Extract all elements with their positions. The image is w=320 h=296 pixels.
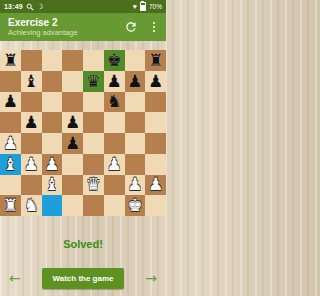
square-d2[interactable] [62,175,83,196]
square-a5[interactable] [0,112,21,133]
black-pawn: ♟ [65,135,80,152]
black-bishop: ♝ [24,73,39,90]
square-h3[interactable] [145,154,166,175]
black-pawn: ♟ [24,114,39,131]
status-bar: 13:49 ☽ ♥ 70% [0,0,166,13]
black-queen: ♛ [86,73,101,90]
square-e4[interactable] [83,133,104,154]
square-f4[interactable] [104,133,125,154]
square-f8[interactable]: ♚ [104,50,125,71]
result-status: Solved! [0,238,166,250]
white-rook: ♜ [3,197,18,214]
white-king: ♚ [127,197,142,214]
bottom-bar: ← Watch the game → [0,266,166,290]
square-b2[interactable] [21,175,42,196]
square-e6[interactable] [83,92,104,113]
square-g2[interactable]: ♟ [125,175,146,196]
square-g3[interactable] [125,154,146,175]
square-h5[interactable] [145,112,166,133]
square-g5[interactable] [125,112,146,133]
board: ♜♚♜♝♛♟♟♟♟♞♟♟♟♟♝♟♟♟♝♛♟♟♜♞♚ [0,50,166,216]
square-d6[interactable] [62,92,83,113]
square-d1[interactable] [62,195,83,216]
black-king: ♚ [107,52,122,69]
app-titles: Exercise 2 Achieving advantage [8,17,123,37]
square-h1[interactable] [145,195,166,216]
square-e3[interactable] [83,154,104,175]
square-b8[interactable] [21,50,42,71]
square-h7[interactable]: ♟ [145,71,166,92]
white-knight: ♞ [24,197,39,214]
white-pawn: ♟ [3,135,18,152]
square-d7[interactable] [62,71,83,92]
refresh-icon [124,20,138,34]
app-bar: Exercise 2 Achieving advantage [0,13,166,41]
white-pawn: ♟ [107,156,122,173]
square-e7[interactable]: ♛ [83,71,104,92]
page-subtitle: Achieving advantage [8,28,123,37]
square-f5[interactable] [104,112,125,133]
black-pawn: ♟ [148,73,163,90]
black-pawn: ♟ [107,73,122,90]
black-rook: ♜ [148,52,163,69]
square-c7[interactable] [42,71,63,92]
square-f6[interactable]: ♞ [104,92,125,113]
white-bishop: ♝ [44,176,59,193]
square-b4[interactable] [21,133,42,154]
white-queen: ♛ [86,176,101,193]
square-h4[interactable] [145,133,166,154]
square-h8[interactable]: ♜ [145,50,166,71]
square-d8[interactable] [62,50,83,71]
square-e2[interactable]: ♛ [83,175,104,196]
square-c3[interactable]: ♟ [42,154,63,175]
heart-icon: ♥ [133,3,137,10]
search-icon [26,3,34,11]
square-c5[interactable] [42,112,63,133]
page-title: Exercise 2 [8,17,123,28]
battery-fill [141,5,145,10]
square-b5[interactable]: ♟ [21,112,42,133]
square-h6[interactable] [145,92,166,113]
square-a4[interactable]: ♟ [0,133,21,154]
square-g6[interactable] [125,92,146,113]
square-d5[interactable]: ♟ [62,112,83,133]
square-g7[interactable]: ♟ [125,71,146,92]
square-b3[interactable]: ♟ [21,154,42,175]
square-c2[interactable]: ♝ [42,175,63,196]
square-e5[interactable] [83,112,104,133]
black-pawn: ♟ [3,93,18,110]
square-h2[interactable]: ♟ [145,175,166,196]
square-b6[interactable] [21,92,42,113]
white-pawn: ♟ [44,156,59,173]
black-pawn: ♟ [65,114,80,131]
square-a1[interactable]: ♜ [0,195,21,216]
battery-icon [140,2,146,11]
square-c8[interactable] [42,50,63,71]
square-d4[interactable]: ♟ [62,133,83,154]
square-a7[interactable] [0,71,21,92]
square-b1[interactable]: ♞ [21,195,42,216]
clock: 13:49 [4,0,23,13]
watch-the-game-button[interactable]: Watch the game [42,268,123,289]
square-f2[interactable] [104,175,125,196]
square-g8[interactable] [125,50,146,71]
square-f7[interactable]: ♟ [104,71,125,92]
square-c4[interactable] [42,133,63,154]
square-a8[interactable]: ♜ [0,50,21,71]
square-a3[interactable]: ♝ [0,154,21,175]
black-knight: ♞ [107,93,122,110]
square-f3[interactable]: ♟ [104,154,125,175]
square-g4[interactable] [125,133,146,154]
square-b7[interactable]: ♝ [21,71,42,92]
square-a6[interactable]: ♟ [0,92,21,113]
black-pawn: ♟ [127,73,142,90]
square-g1[interactable]: ♚ [125,195,146,216]
white-pawn: ♟ [127,176,142,193]
refresh-button[interactable] [123,20,138,35]
square-e8[interactable] [83,50,104,71]
moon-icon: ☽ [37,3,43,10]
square-f1[interactable] [104,195,125,216]
white-pawn: ♟ [24,156,39,173]
battery-percent: 70% [149,0,162,13]
next-exercise-button[interactable]: → [145,271,157,285]
previous-exercise-button[interactable]: ← [9,271,21,285]
black-rook: ♜ [3,52,18,69]
white-bishop: ♝ [3,156,18,173]
white-pawn: ♟ [148,176,163,193]
overflow-menu-icon [150,21,158,33]
square-c1[interactable] [42,195,63,216]
square-d3[interactable] [62,154,83,175]
square-c6[interactable] [42,92,63,113]
overflow-menu-button[interactable] [150,21,158,33]
square-a2[interactable] [0,175,21,196]
square-e1[interactable] [83,195,104,216]
